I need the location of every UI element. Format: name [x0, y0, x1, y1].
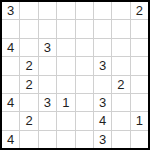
cell-r2-c5[interactable]: [76, 20, 93, 37]
cell-r5-c3[interactable]: [39, 76, 56, 93]
cell-r2-c3[interactable]: [39, 20, 56, 37]
cell-r3-c3: 3: [39, 39, 56, 56]
cell-r4-c7[interactable]: [112, 57, 129, 74]
puzzle-board-container: 32432322431324143: [0, 0, 150, 150]
cell-r8-c5[interactable]: [76, 131, 93, 148]
cell-r8-c6: 3: [94, 131, 111, 148]
cell-r7-c1[interactable]: [2, 112, 19, 129]
cell-r1-c1: 3: [2, 2, 19, 19]
minesweeper-grid: 32432322431324143: [0, 0, 150, 150]
cell-r4-c4[interactable]: [57, 57, 74, 74]
cell-r3-c5[interactable]: [76, 39, 93, 56]
cell-r8-c7[interactable]: [112, 131, 129, 148]
cell-r2-c6[interactable]: [94, 20, 111, 37]
cell-r4-c1[interactable]: [2, 57, 19, 74]
cell-r5-c5[interactable]: [76, 76, 93, 93]
cell-r5-c4[interactable]: [57, 76, 74, 93]
cell-r8-c2[interactable]: [20, 131, 37, 148]
cell-r7-c2: 2: [20, 112, 37, 129]
cell-r5-c2: 2: [20, 76, 37, 93]
cell-r2-c1[interactable]: [2, 20, 19, 37]
cell-r4-c2: 2: [20, 57, 37, 74]
cell-r7-c5[interactable]: [76, 112, 93, 129]
cell-r4-c8[interactable]: [131, 57, 148, 74]
cell-r1-c2[interactable]: [20, 2, 37, 19]
cell-r7-c7[interactable]: [112, 112, 129, 129]
cell-r1-c6[interactable]: [94, 2, 111, 19]
cell-r3-c1: 4: [2, 39, 19, 56]
cell-r8-c3[interactable]: [39, 131, 56, 148]
cell-r6-c1: 4: [2, 94, 19, 111]
cell-r7-c8: 1: [131, 112, 148, 129]
cell-r5-c6[interactable]: [94, 76, 111, 93]
cell-r6-c6: 3: [94, 94, 111, 111]
cell-r4-c3[interactable]: [39, 57, 56, 74]
cell-r6-c4: 1: [57, 94, 74, 111]
cell-r3-c6[interactable]: [94, 39, 111, 56]
cell-r3-c7[interactable]: [112, 39, 129, 56]
cell-r5-c7: 2: [112, 76, 129, 93]
cell-r7-c3[interactable]: [39, 112, 56, 129]
cell-r5-c1[interactable]: [2, 76, 19, 93]
cell-r8-c1: 4: [2, 131, 19, 148]
cell-r6-c5[interactable]: [76, 94, 93, 111]
cell-r2-c7[interactable]: [112, 20, 129, 37]
cell-r1-c4[interactable]: [57, 2, 74, 19]
cell-r1-c8: 2: [131, 2, 148, 19]
cell-r3-c4[interactable]: [57, 39, 74, 56]
cell-r3-c8[interactable]: [131, 39, 148, 56]
cell-r6-c2[interactable]: [20, 94, 37, 111]
cell-r7-c6: 4: [94, 112, 111, 129]
cell-r3-c2[interactable]: [20, 39, 37, 56]
cell-r7-c4[interactable]: [57, 112, 74, 129]
cell-r2-c4[interactable]: [57, 20, 74, 37]
cell-r8-c4[interactable]: [57, 131, 74, 148]
cell-r2-c8[interactable]: [131, 20, 148, 37]
cell-r8-c8[interactable]: [131, 131, 148, 148]
cell-r4-c5[interactable]: [76, 57, 93, 74]
cell-r6-c7[interactable]: [112, 94, 129, 111]
cell-r6-c8[interactable]: [131, 94, 148, 111]
cell-r6-c3: 3: [39, 94, 56, 111]
cell-r2-c2[interactable]: [20, 20, 37, 37]
cell-r1-c5[interactable]: [76, 2, 93, 19]
cell-r1-c3[interactable]: [39, 2, 56, 19]
cell-r4-c6: 3: [94, 57, 111, 74]
cell-r5-c8[interactable]: [131, 76, 148, 93]
cell-r1-c7[interactable]: [112, 2, 129, 19]
